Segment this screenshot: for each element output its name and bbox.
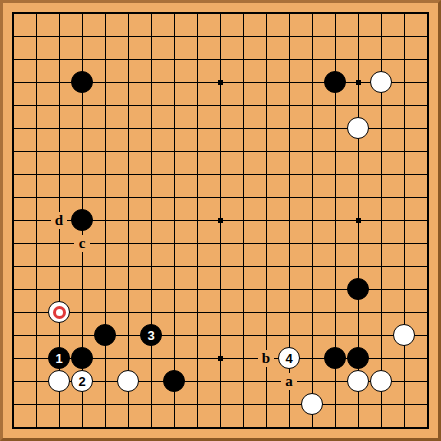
white-stone[interactable] <box>347 370 369 392</box>
white-stone[interactable] <box>393 324 415 346</box>
black-stone[interactable] <box>324 71 346 93</box>
black-stone[interactable] <box>71 209 93 231</box>
white-stone[interactable] <box>117 370 139 392</box>
point-label-a: a <box>281 373 297 390</box>
white-stone[interactable]: 4 <box>278 347 300 369</box>
black-stone[interactable] <box>347 347 369 369</box>
black-stone[interactable] <box>163 370 185 392</box>
black-stone[interactable]: 1 <box>48 347 70 369</box>
white-stone[interactable] <box>48 370 70 392</box>
star-point <box>218 356 223 361</box>
black-stone[interactable]: 3 <box>140 324 162 346</box>
star-point <box>218 218 223 223</box>
star-point <box>356 218 361 223</box>
move-number: 1 <box>55 352 62 365</box>
black-stone[interactable] <box>71 71 93 93</box>
white-stone[interactable] <box>370 71 392 93</box>
point-label-d: d <box>51 212 67 229</box>
white-stone[interactable]: 2 <box>71 370 93 392</box>
white-stone[interactable] <box>370 370 392 392</box>
white-stone[interactable] <box>48 301 70 323</box>
star-point <box>356 80 361 85</box>
white-stone[interactable] <box>301 393 323 415</box>
star-point <box>218 80 223 85</box>
move-number: 4 <box>285 352 292 365</box>
black-stone[interactable] <box>71 347 93 369</box>
point-label-c: c <box>74 235 90 252</box>
move-number: 2 <box>78 375 85 388</box>
white-stone[interactable] <box>347 117 369 139</box>
circle-marker-icon <box>53 306 66 319</box>
black-stone[interactable] <box>94 324 116 346</box>
black-stone[interactable] <box>324 347 346 369</box>
move-number: 3 <box>147 329 154 342</box>
black-stone[interactable] <box>347 278 369 300</box>
go-board[interactable]: dcba3142 <box>0 0 441 441</box>
point-label-b: b <box>258 350 274 367</box>
